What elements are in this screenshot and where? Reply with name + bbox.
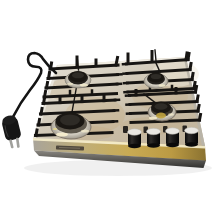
knob-top — [147, 128, 161, 134]
knob-top — [166, 128, 180, 134]
knob-top — [185, 127, 199, 133]
power-plug — [0, 114, 24, 150]
brass-fitting — [156, 113, 166, 119]
control-knob-1 — [128, 129, 142, 148]
knob-top — [128, 129, 142, 135]
control-knob-4 — [185, 127, 199, 146]
hob-illustration — [0, 0, 220, 220]
control-knob-2 — [147, 128, 161, 147]
control-knob-3 — [166, 128, 180, 147]
product-photo-gas-hob — [0, 0, 220, 220]
